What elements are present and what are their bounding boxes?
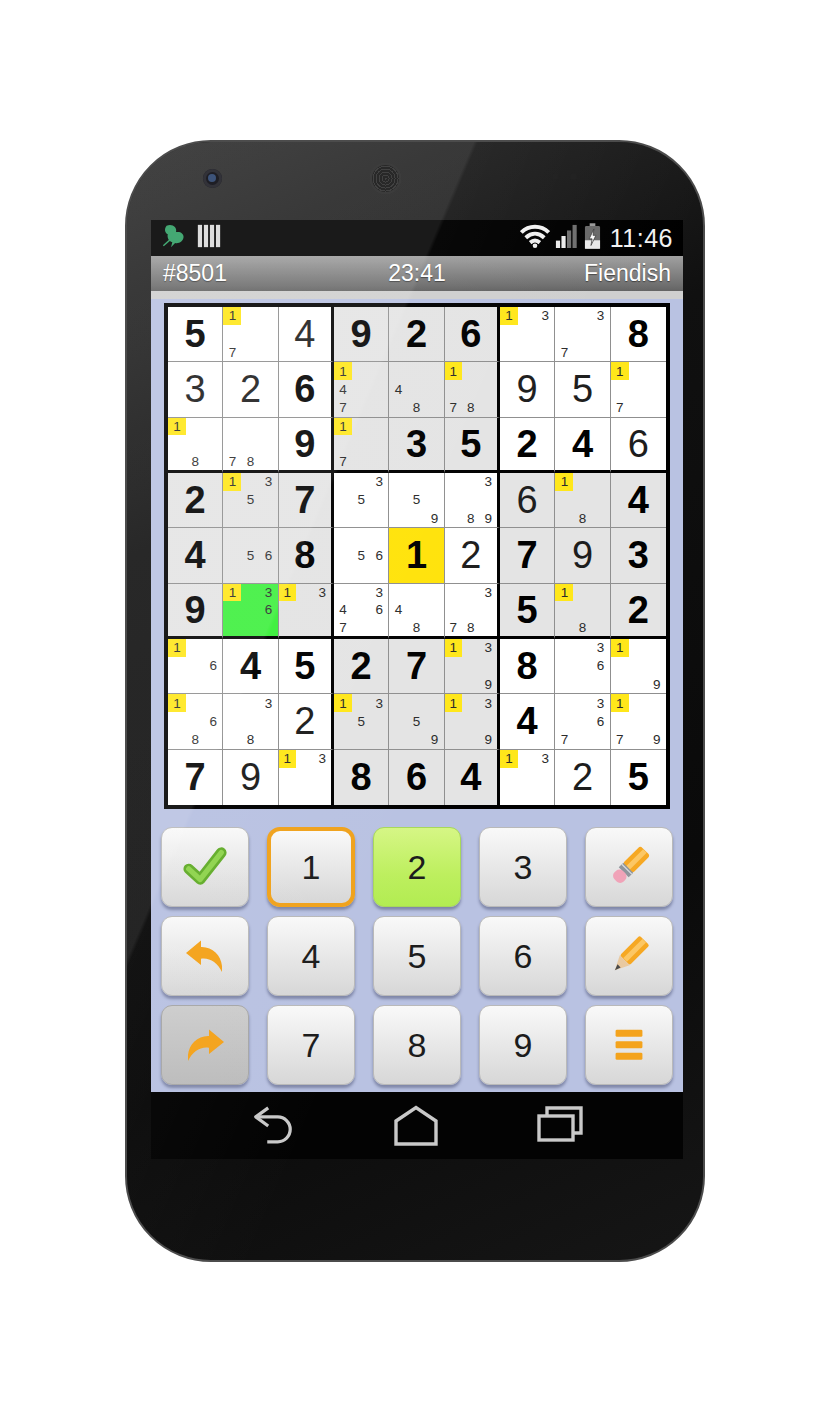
- candidate-3: 3: [592, 307, 610, 325]
- pencil-marks: 139: [445, 639, 497, 693]
- candidate-1: 1: [445, 639, 462, 657]
- proximity-sensor-dot: [570, 173, 577, 180]
- candidate-3: 3: [592, 639, 610, 657]
- cell-r7c3[interactable]: 5: [279, 639, 334, 694]
- pencil-marks: 56: [223, 528, 277, 582]
- candidate-3: 3: [260, 694, 278, 712]
- candidate-1: 1: [555, 473, 573, 491]
- given-value: 2: [389, 307, 443, 361]
- cell-r8c3[interactable]: 2: [279, 694, 334, 749]
- candidate-8: 8: [186, 731, 204, 749]
- candidate-7: 7: [445, 619, 462, 636]
- candidate-8: 8: [407, 399, 425, 417]
- cell-r4c8[interactable]: 18: [555, 473, 610, 528]
- user-value: 2: [555, 750, 609, 805]
- given-value: 9: [279, 418, 331, 470]
- cell-r5c7[interactable]: 7: [500, 528, 555, 583]
- given-value: 5: [500, 584, 554, 636]
- cell-r2c7[interactable]: 9: [500, 362, 555, 417]
- user-value: 9: [555, 528, 609, 582]
- cell-r6c7[interactable]: 5: [500, 584, 555, 639]
- cell-r3c8[interactable]: 4: [555, 418, 610, 473]
- pencil-marks: 13: [279, 584, 331, 636]
- user-value: 2: [279, 694, 331, 748]
- given-value: 7: [168, 750, 222, 805]
- cell-r1c6[interactable]: 6: [445, 307, 500, 362]
- given-value: 5: [611, 750, 666, 805]
- cell-r7c7[interactable]: 8: [500, 639, 555, 694]
- user-value: 3: [168, 362, 222, 416]
- cell-r9c7[interactable]: 13: [500, 750, 555, 805]
- earpiece-speaker: [370, 163, 401, 194]
- cell-r8c2[interactable]: 38: [223, 694, 278, 749]
- candidate-1: 1: [223, 584, 241, 601]
- candidate-9: 9: [426, 731, 444, 749]
- candidate-7: 7: [555, 343, 573, 361]
- candidate-9: 9: [648, 675, 666, 693]
- cell-r1c3[interactable]: 4: [279, 307, 334, 362]
- cell-r3c9[interactable]: 6: [611, 418, 666, 473]
- check-icon: [182, 844, 228, 890]
- cell-r2c5[interactable]: 48: [389, 362, 444, 417]
- candidate-9: 9: [480, 675, 497, 693]
- cell-r3c7[interactable]: 2: [500, 418, 555, 473]
- candidate-7: 7: [223, 453, 241, 470]
- candidate-9: 9: [426, 509, 444, 527]
- menu-icon: [606, 1022, 652, 1068]
- phone-device: 11:46 #8501 23:41 Fiendish 5174926133783…: [125, 140, 705, 1262]
- cell-r4c2[interactable]: 135: [223, 473, 278, 528]
- app-bar-shadow-strip: [151, 291, 683, 299]
- pencil-marks: 18: [555, 473, 609, 527]
- cell-r5c8[interactable]: 9: [555, 528, 610, 583]
- stage: 11:46 #8501 23:41 Fiendish 5174926133783…: [0, 0, 830, 1403]
- candidate-3: 3: [260, 473, 278, 491]
- cell-r9c8[interactable]: 2: [555, 750, 610, 805]
- key-5[interactable]: 5: [373, 916, 461, 996]
- given-value: 9: [334, 307, 388, 361]
- cell-r1c8[interactable]: 37: [555, 307, 610, 362]
- given-value: 3: [389, 418, 443, 470]
- cell-r9c6[interactable]: 4: [445, 750, 500, 805]
- candidate-8: 8: [407, 619, 425, 636]
- given-value: 4: [555, 418, 609, 470]
- cell-r1c2[interactable]: 17: [223, 307, 278, 362]
- candidate-7: 7: [334, 399, 352, 417]
- given-value: 8: [500, 639, 554, 693]
- given-value: 4: [611, 473, 666, 527]
- board-area: 5174926133783261474817895171878917352462…: [151, 299, 683, 1092]
- android-nav-bar: [151, 1092, 683, 1159]
- sudoku-grid: 5174926133783261474817895171878917352462…: [164, 303, 670, 809]
- pencil-marks: 135: [334, 694, 388, 748]
- pencil-marks: 13: [500, 750, 554, 805]
- candidate-1: 1: [168, 418, 186, 435]
- app-bar: #8501 23:41 Fiendish: [151, 256, 683, 291]
- pencil-marks: 48: [389, 584, 443, 636]
- bars-notification-icon: [196, 223, 222, 253]
- cell-r6c6[interactable]: 378: [445, 584, 500, 639]
- cell-r6c2[interactable]: 136: [223, 584, 278, 639]
- cell-r1c5[interactable]: 2: [389, 307, 444, 362]
- difficulty-label: Fiendish: [511, 260, 671, 287]
- given-value: 8: [279, 528, 331, 582]
- candidate-3: 3: [592, 694, 610, 712]
- key-3[interactable]: 3: [479, 827, 567, 907]
- pencil-marks: 19: [611, 639, 666, 693]
- cell-r4c3[interactable]: 7: [279, 473, 334, 528]
- cell-r2c9[interactable]: 17: [611, 362, 666, 417]
- pencil-marks: 17: [611, 362, 666, 416]
- pencil-marks: 59: [389, 473, 443, 527]
- cell-r1c1[interactable]: 5: [168, 307, 223, 362]
- cell-r6c3[interactable]: 13: [279, 584, 334, 639]
- pencil-marks: 38: [223, 694, 277, 748]
- cell-r2c6[interactable]: 178: [445, 362, 500, 417]
- cell-r4c6[interactable]: 389: [445, 473, 500, 528]
- pencil-marks: 48: [389, 362, 443, 416]
- cell-r3c5[interactable]: 3: [389, 418, 444, 473]
- candidate-1: 1: [168, 694, 186, 712]
- given-value: 9: [168, 584, 222, 636]
- candidate-8: 8: [462, 399, 479, 417]
- key-6[interactable]: 6: [479, 916, 567, 996]
- pencil-marks: 56: [334, 528, 388, 582]
- user-value: 6: [611, 418, 666, 470]
- cell-r3c1[interactable]: 18: [168, 418, 223, 473]
- cell-r6c8[interactable]: 18: [555, 584, 610, 639]
- candidate-7: 7: [611, 731, 629, 749]
- candidate-6: 6: [260, 546, 278, 564]
- user-value: 9: [500, 362, 554, 416]
- cell-r5c9[interactable]: 3: [611, 528, 666, 583]
- given-value: 5: [168, 307, 222, 361]
- candidate-3: 3: [480, 639, 497, 657]
- candidate-1: 1: [611, 694, 629, 712]
- given-value: 2: [334, 639, 388, 693]
- pencil-marks: 13: [500, 307, 554, 361]
- candidate-1: 1: [223, 307, 241, 325]
- cell-r2c4[interactable]: 147: [334, 362, 389, 417]
- candidate-1: 1: [611, 362, 629, 380]
- candidate-1: 1: [445, 362, 462, 380]
- user-value: 4: [279, 307, 331, 361]
- given-value: 3: [611, 528, 666, 582]
- given-value: 2: [500, 418, 554, 470]
- given-value: 2: [168, 473, 222, 527]
- key-2[interactable]: 2: [373, 827, 461, 907]
- cell-r2c8[interactable]: 5: [555, 362, 610, 417]
- candidate-3: 3: [480, 584, 497, 601]
- key-menu[interactable]: [585, 1005, 673, 1085]
- camera-lens-icon: [208, 174, 216, 182]
- cell-r1c9[interactable]: 8: [611, 307, 666, 362]
- candidate-5: 5: [352, 712, 370, 730]
- front-camera: [203, 169, 222, 188]
- candidate-3: 3: [370, 694, 388, 712]
- recents-icon[interactable]: [534, 1104, 586, 1148]
- pencil-marks: 59: [389, 694, 443, 748]
- cell-r2c1[interactable]: 3: [168, 362, 223, 417]
- user-value: 9: [223, 750, 277, 805]
- pencil-marks: 17: [223, 307, 277, 361]
- pencil-marks: 16: [168, 639, 222, 693]
- candidate-4: 4: [389, 380, 407, 398]
- back-icon[interactable]: [248, 1104, 298, 1148]
- cell-r3c4[interactable]: 17: [334, 418, 389, 473]
- candidate-5: 5: [407, 491, 425, 509]
- redo-icon: [181, 1023, 229, 1067]
- candidate-8: 8: [573, 619, 591, 636]
- status-bar-right: 11:46: [520, 223, 673, 254]
- candidate-1: 1: [223, 473, 241, 491]
- cell-r7c2[interactable]: 4: [223, 639, 278, 694]
- pencil-icon: [605, 932, 653, 980]
- candidate-3: 3: [536, 750, 554, 768]
- cell-r3c6[interactable]: 5: [445, 418, 500, 473]
- cell-r1c7[interactable]: 13: [500, 307, 555, 362]
- cell-r5c6[interactable]: 2: [445, 528, 500, 583]
- candidate-1: 1: [334, 418, 352, 435]
- key-check[interactable]: [161, 827, 249, 907]
- given-value: 4: [500, 694, 554, 748]
- candidate-3: 3: [480, 694, 497, 712]
- cell-r7c5[interactable]: 7: [389, 639, 444, 694]
- cell-r4c4[interactable]: 35: [334, 473, 389, 528]
- cell-r9c1[interactable]: 7: [168, 750, 223, 805]
- pencil-marks: 17: [334, 418, 388, 470]
- puzzle-number: #8501: [163, 260, 323, 287]
- keypad: 123456789: [161, 827, 673, 1085]
- candidate-6: 6: [370, 601, 388, 618]
- pencil-marks: 378: [445, 584, 497, 636]
- pencil-marks: 136: [223, 584, 277, 636]
- cell-r8c9[interactable]: 179: [611, 694, 666, 749]
- user-value: 2: [223, 362, 277, 416]
- candidate-3: 3: [536, 307, 554, 325]
- cell-r8c8[interactable]: 367: [555, 694, 610, 749]
- cell-r6c4[interactable]: 3467: [334, 584, 389, 639]
- candidate-1: 1: [500, 307, 518, 325]
- cell-r5c2[interactable]: 56: [223, 528, 278, 583]
- candidate-7: 7: [445, 399, 462, 417]
- pencil-marks: 367: [555, 694, 609, 748]
- cell-r7c9[interactable]: 19: [611, 639, 666, 694]
- pencil-marks: 389: [445, 473, 497, 527]
- key-undo[interactable]: [161, 916, 249, 996]
- cell-r9c9[interactable]: 5: [611, 750, 666, 805]
- hummingbird-notification-icon: [161, 223, 187, 253]
- candidate-9: 9: [480, 731, 497, 749]
- cell-r2c2[interactable]: 2: [223, 362, 278, 417]
- cell-r5c3[interactable]: 8: [279, 528, 334, 583]
- pencil-marks: 78: [223, 418, 277, 470]
- candidate-1: 1: [334, 362, 352, 380]
- cell-r8c7[interactable]: 4: [500, 694, 555, 749]
- key-9[interactable]: 9: [479, 1005, 567, 1085]
- candidate-8: 8: [462, 509, 479, 527]
- key-eraser[interactable]: [585, 827, 673, 907]
- candidate-1: 1: [279, 750, 296, 768]
- pencil-marks: 13: [279, 750, 331, 805]
- pencil-marks: 18: [168, 418, 222, 470]
- candidate-7: 7: [611, 399, 629, 417]
- candidate-9: 9: [648, 731, 666, 749]
- cell-r9c4[interactable]: 8: [334, 750, 389, 805]
- key-redo[interactable]: [161, 1005, 249, 1085]
- given-value: 5: [279, 639, 331, 693]
- candidate-6: 6: [370, 546, 388, 564]
- cell-r4c5[interactable]: 59: [389, 473, 444, 528]
- cell-r8c5[interactable]: 59: [389, 694, 444, 749]
- given-value: 1: [389, 528, 443, 582]
- candidate-8: 8: [573, 509, 591, 527]
- cell-r9c3[interactable]: 13: [279, 750, 334, 805]
- cell-r3c3[interactable]: 9: [279, 418, 334, 473]
- candidate-5: 5: [352, 491, 370, 509]
- pencil-marks: 36: [555, 639, 609, 693]
- key-1[interactable]: 1: [267, 827, 355, 907]
- given-value: 4: [445, 750, 497, 805]
- candidate-4: 4: [334, 380, 352, 398]
- given-value: 4: [168, 528, 222, 582]
- candidate-8: 8: [241, 453, 259, 470]
- pencil-marks: 18: [555, 584, 609, 636]
- candidate-7: 7: [223, 343, 241, 361]
- cell-r6c5[interactable]: 48: [389, 584, 444, 639]
- status-bar-left: [161, 223, 222, 253]
- candidate-3: 3: [480, 473, 497, 491]
- candidate-8: 8: [462, 619, 479, 636]
- candidate-7: 7: [334, 619, 352, 636]
- candidate-6: 6: [592, 657, 610, 675]
- pencil-marks: 139: [445, 694, 497, 748]
- pencil-marks: 179: [611, 694, 666, 748]
- cell-r4c1[interactable]: 2: [168, 473, 223, 528]
- home-icon[interactable]: [390, 1104, 442, 1148]
- candidate-1: 1: [168, 639, 186, 657]
- candidate-5: 5: [352, 546, 370, 564]
- given-value: 8: [611, 307, 666, 361]
- cell-r8c1[interactable]: 168: [168, 694, 223, 749]
- candidate-3: 3: [370, 584, 388, 601]
- candidate-3: 3: [370, 473, 388, 491]
- candidate-1: 1: [611, 639, 629, 657]
- user-value: 2: [445, 528, 497, 582]
- key-pencil[interactable]: [585, 916, 673, 996]
- candidate-1: 1: [500, 750, 518, 768]
- pencil-marks: 35: [334, 473, 388, 527]
- cell-r5c4[interactable]: 56: [334, 528, 389, 583]
- given-value: 7: [389, 639, 443, 693]
- candidate-4: 4: [389, 601, 407, 618]
- candidate-8: 8: [241, 731, 259, 749]
- clock-time: 11:46: [606, 224, 673, 253]
- key-4[interactable]: 4: [267, 916, 355, 996]
- cell-r7c4[interactable]: 2: [334, 639, 389, 694]
- status-bar: 11:46: [151, 220, 683, 256]
- pencil-marks: 178: [445, 362, 497, 416]
- given-value: 6: [279, 362, 331, 416]
- pencil-marks: 135: [223, 473, 277, 527]
- given-value: 5: [445, 418, 497, 470]
- cell-r7c6[interactable]: 139: [445, 639, 500, 694]
- given-value: 8: [334, 750, 388, 805]
- candidate-8: 8: [186, 453, 204, 470]
- candidate-6: 6: [204, 657, 222, 675]
- cell-r9c5[interactable]: 6: [389, 750, 444, 805]
- candidate-3: 3: [260, 584, 278, 601]
- given-value: 4: [223, 639, 277, 693]
- candidate-6: 6: [592, 712, 610, 730]
- given-value: 6: [389, 750, 443, 805]
- cell-r1c4[interactable]: 9: [334, 307, 389, 362]
- candidate-4: 4: [334, 601, 352, 618]
- cell-r3c2[interactable]: 78: [223, 418, 278, 473]
- cell-r5c5[interactable]: 1: [389, 528, 444, 583]
- given-value: 7: [500, 528, 554, 582]
- user-value: 5: [555, 362, 609, 416]
- wifi-icon: [520, 223, 550, 253]
- candidate-1: 1: [279, 584, 296, 601]
- cell-r4c7[interactable]: 6: [500, 473, 555, 528]
- pencil-marks: 168: [168, 694, 222, 748]
- user-value: 6: [500, 473, 554, 527]
- cell-r6c1[interactable]: 9: [168, 584, 223, 639]
- candidate-1: 1: [334, 694, 352, 712]
- candidate-7: 7: [334, 453, 352, 470]
- key-8[interactable]: 8: [373, 1005, 461, 1085]
- cell-r8c4[interactable]: 135: [334, 694, 389, 749]
- given-value: 2: [611, 584, 666, 636]
- candidate-7: 7: [555, 731, 573, 749]
- cell-r4c9[interactable]: 4: [611, 473, 666, 528]
- proximity-sensor-dot: [552, 173, 559, 180]
- candidate-9: 9: [480, 509, 497, 527]
- pencil-marks: 147: [334, 362, 388, 416]
- undo-icon: [181, 934, 229, 978]
- candidate-6: 6: [260, 601, 278, 618]
- pencil-marks: 3467: [334, 584, 388, 636]
- candidate-6: 6: [204, 712, 222, 730]
- candidate-5: 5: [241, 491, 259, 509]
- candidate-5: 5: [407, 712, 425, 730]
- signal-icon: [555, 223, 579, 253]
- candidate-1: 1: [445, 694, 462, 712]
- cell-r9c2[interactable]: 9: [223, 750, 278, 805]
- candidate-5: 5: [241, 546, 259, 564]
- cell-r7c8[interactable]: 36: [555, 639, 610, 694]
- given-value: 6: [445, 307, 497, 361]
- screen: 11:46 #8501 23:41 Fiendish 5174926133783…: [151, 220, 683, 1159]
- battery-charging-icon: [584, 223, 601, 254]
- key-7[interactable]: 7: [267, 1005, 355, 1085]
- given-value: 7: [279, 473, 331, 527]
- cell-r2c3[interactable]: 6: [279, 362, 334, 417]
- candidate-3: 3: [314, 750, 331, 768]
- cell-r8c6[interactable]: 139: [445, 694, 500, 749]
- candidate-1: 1: [555, 584, 573, 601]
- game-timer: 23:41: [323, 260, 511, 287]
- cell-r5c1[interactable]: 4: [168, 528, 223, 583]
- cell-r7c1[interactable]: 16: [168, 639, 223, 694]
- cell-r6c9[interactable]: 2: [611, 584, 666, 639]
- pencil-marks: 37: [555, 307, 609, 361]
- eraser-icon: [605, 843, 653, 891]
- candidate-3: 3: [314, 584, 331, 601]
